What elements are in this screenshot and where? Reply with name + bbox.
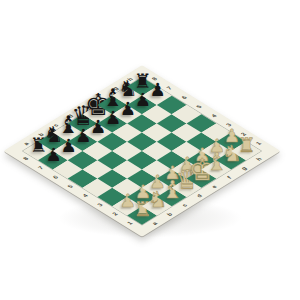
black-rook[interactable]: ♜ (133, 71, 151, 91)
black-pawn[interactable]: ♟ (149, 81, 165, 99)
white-rook[interactable]: ♜ (237, 135, 255, 155)
chess-set-photo: abcdefgh 87654321 87654321 abcdefgh ♜♞♝♛… (0, 0, 300, 300)
